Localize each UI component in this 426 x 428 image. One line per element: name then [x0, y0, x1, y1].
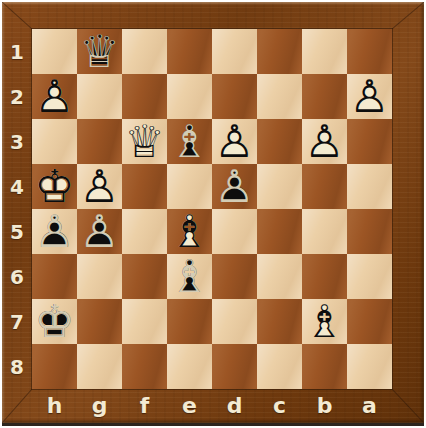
square-b6[interactable]	[302, 254, 347, 299]
black-bishop-outline-glyph: ♗	[167, 119, 212, 164]
rank-label-5: 5	[2, 209, 32, 254]
square-d4[interactable]: ♟♙	[212, 164, 257, 209]
square-h7[interactable]: ♚♔	[32, 299, 77, 344]
square-f8[interactable]	[122, 344, 167, 389]
square-d8[interactable]	[212, 344, 257, 389]
square-e5[interactable]: ♝♗	[167, 209, 212, 254]
white-pawn-outline-glyph: ♙	[32, 74, 77, 119]
square-e8[interactable]	[167, 344, 212, 389]
square-d5[interactable]	[212, 209, 257, 254]
square-f1[interactable]	[122, 29, 167, 74]
square-b2[interactable]	[302, 74, 347, 119]
chess-board: ♛♕♟♙♟♙♛♕♝♗♟♙♟♙♚♔♟♙♟♙♟♙♟♙♝♗♝♗♚♔♝♗	[32, 29, 392, 389]
square-e4[interactable]	[167, 164, 212, 209]
square-a1[interactable]	[347, 29, 392, 74]
square-h4[interactable]: ♚♔	[32, 164, 77, 209]
square-f2[interactable]	[122, 74, 167, 119]
square-d1[interactable]	[212, 29, 257, 74]
square-e2[interactable]	[167, 74, 212, 119]
square-e1[interactable]	[167, 29, 212, 74]
square-e6[interactable]: ♝♗	[167, 254, 212, 299]
square-a5[interactable]	[347, 209, 392, 254]
black-pawn-outline-glyph: ♙	[32, 209, 77, 254]
square-c2[interactable]	[257, 74, 302, 119]
piece-black-pawn: ♟♙	[32, 209, 77, 254]
square-h2[interactable]: ♟♙	[32, 74, 77, 119]
rank-label-4: 4	[2, 164, 32, 209]
square-e3[interactable]: ♝♗	[167, 119, 212, 164]
square-a8[interactable]	[347, 344, 392, 389]
square-c5[interactable]	[257, 209, 302, 254]
square-g2[interactable]	[77, 74, 122, 119]
square-b4[interactable]	[302, 164, 347, 209]
chess-diagram: ♛♕♟♙♟♙♛♕♝♗♟♙♟♙♚♔♟♙♟♙♟♙♟♙♝♗♝♗♚♔♝♗ 1234567…	[0, 0, 426, 428]
square-c4[interactable]	[257, 164, 302, 209]
black-pawn-outline-glyph: ♙	[77, 209, 122, 254]
square-c1[interactable]	[257, 29, 302, 74]
frame-miter-bottom-left	[2, 389, 32, 423]
square-h6[interactable]	[32, 254, 77, 299]
frame-miter-top-right	[392, 2, 424, 29]
rank-label-7: 7	[2, 299, 32, 344]
square-a7[interactable]	[347, 299, 392, 344]
square-c6[interactable]	[257, 254, 302, 299]
piece-black-king: ♚♔	[32, 299, 77, 344]
square-g6[interactable]	[77, 254, 122, 299]
file-label-g: g	[77, 389, 122, 421]
board-frame: ♛♕♟♙♟♙♛♕♝♗♟♙♟♙♚♔♟♙♟♙♟♙♟♙♝♗♝♗♚♔♝♗ 1234567…	[2, 2, 424, 423]
square-e7[interactable]	[167, 299, 212, 344]
black-queen-outline-glyph: ♕	[77, 29, 122, 74]
rank-label-1: 1	[2, 29, 32, 74]
white-pawn-outline-glyph: ♙	[347, 74, 392, 119]
file-label-f: f	[122, 389, 167, 421]
file-label-e: e	[167, 389, 212, 421]
square-a6[interactable]	[347, 254, 392, 299]
rank-label-2: 2	[2, 74, 32, 119]
white-queen-outline-glyph: ♕	[122, 119, 167, 164]
piece-white-pawn: ♟♙	[77, 164, 122, 209]
square-g7[interactable]	[77, 299, 122, 344]
square-b8[interactable]	[302, 344, 347, 389]
file-label-c: c	[257, 389, 302, 421]
square-g4[interactable]: ♟♙	[77, 164, 122, 209]
white-pawn-outline-glyph: ♙	[77, 164, 122, 209]
piece-black-pawn: ♟♙	[212, 164, 257, 209]
file-label-b: b	[302, 389, 347, 421]
square-h5[interactable]: ♟♙	[32, 209, 77, 254]
square-c3[interactable]	[257, 119, 302, 164]
piece-white-bishop: ♝♗	[167, 209, 212, 254]
square-d7[interactable]	[212, 299, 257, 344]
square-f3[interactable]: ♛♕	[122, 119, 167, 164]
square-c8[interactable]	[257, 344, 302, 389]
square-b3[interactable]: ♟♙	[302, 119, 347, 164]
file-label-d: d	[212, 389, 257, 421]
square-a4[interactable]	[347, 164, 392, 209]
white-pawn-outline-glyph: ♙	[302, 119, 347, 164]
frame-miter-bottom-right	[392, 389, 424, 423]
square-d6[interactable]	[212, 254, 257, 299]
square-g1[interactable]: ♛♕	[77, 29, 122, 74]
square-d3[interactable]: ♟♙	[212, 119, 257, 164]
piece-white-pawn: ♟♙	[212, 119, 257, 164]
piece-black-bishop: ♝♗	[167, 119, 212, 164]
rank-label-8: 8	[2, 344, 32, 389]
piece-white-bishop: ♝♗	[302, 299, 347, 344]
square-g3[interactable]	[77, 119, 122, 164]
piece-white-king: ♚♔	[32, 164, 77, 209]
square-f4[interactable]	[122, 164, 167, 209]
piece-white-queen: ♛♕	[122, 119, 167, 164]
white-bishop-outline-glyph: ♗	[167, 209, 212, 254]
square-b5[interactable]	[302, 209, 347, 254]
piece-white-pawn: ♟♙	[302, 119, 347, 164]
file-label-a: a	[347, 389, 392, 421]
square-h1[interactable]	[32, 29, 77, 74]
square-f5[interactable]	[122, 209, 167, 254]
piece-black-bishop: ♝♗	[167, 254, 212, 299]
piece-white-pawn: ♟♙	[347, 74, 392, 119]
square-h8[interactable]	[32, 344, 77, 389]
square-h3[interactable]	[32, 119, 77, 164]
file-label-h: h	[32, 389, 77, 421]
rank-label-6: 6	[2, 254, 32, 299]
frame-miter-top-left	[2, 2, 32, 29]
black-pawn-outline-glyph: ♙	[212, 164, 257, 209]
square-g5[interactable]: ♟♙	[77, 209, 122, 254]
piece-black-queen: ♛♕	[77, 29, 122, 74]
square-c7[interactable]	[257, 299, 302, 344]
square-d2[interactable]	[212, 74, 257, 119]
black-bishop-outline-glyph: ♗	[167, 254, 212, 299]
piece-black-pawn: ♟♙	[77, 209, 122, 254]
square-a3[interactable]	[347, 119, 392, 164]
square-b1[interactable]	[302, 29, 347, 74]
white-pawn-outline-glyph: ♙	[212, 119, 257, 164]
black-king-outline-glyph: ♔	[32, 299, 77, 344]
white-bishop-outline-glyph: ♗	[302, 299, 347, 344]
piece-white-pawn: ♟♙	[32, 74, 77, 119]
square-g8[interactable]	[77, 344, 122, 389]
rank-label-3: 3	[2, 119, 32, 164]
white-king-outline-glyph: ♔	[32, 164, 77, 209]
square-b7[interactable]: ♝♗	[302, 299, 347, 344]
square-f6[interactable]	[122, 254, 167, 299]
square-f7[interactable]	[122, 299, 167, 344]
square-a2[interactable]: ♟♙	[347, 74, 392, 119]
